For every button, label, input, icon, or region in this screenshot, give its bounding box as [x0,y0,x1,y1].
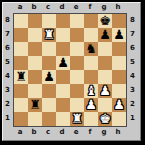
square-c6[interactable] [42,42,56,56]
square-h1[interactable] [112,112,126,126]
square-e2[interactable] [70,98,84,112]
rank-label-8: 8 [128,13,137,27]
file-label-f: f [83,128,97,137]
file-label-h: h [111,128,125,137]
square-e1[interactable]: ♜ [70,112,84,126]
black-rook-b2[interactable]: ♜ [28,98,42,112]
file-label-d: d [55,128,69,137]
square-h7[interactable]: ♟ [112,28,126,42]
square-f7[interactable] [84,28,98,42]
square-a6[interactable] [14,42,28,56]
square-e4[interactable] [70,70,84,84]
square-h3[interactable] [112,84,126,98]
square-b6[interactable] [28,42,42,56]
square-a1[interactable] [14,112,28,126]
black-rook-a4[interactable]: ♜ [14,70,28,84]
square-d3[interactable] [56,84,70,98]
black-knight-f6[interactable]: ♞ [84,42,98,56]
square-f3[interactable]: ♝ [84,84,98,98]
black-pawn-c4[interactable]: ♟ [42,70,56,84]
square-c7[interactable]: ♜ [42,28,56,42]
rank-labels-left: 87654321 [3,13,12,125]
rank-label-1: 1 [128,111,137,125]
rank-labels-right: 87654321 [128,13,137,125]
file-label-b: b [27,3,41,12]
square-c5[interactable] [42,56,56,70]
square-g6[interactable] [98,42,112,56]
square-b2[interactable]: ♜ [28,98,42,112]
square-h5[interactable] [112,56,126,70]
rank-label-3: 3 [128,83,137,97]
file-label-a: a [13,3,27,12]
black-pawn-h7[interactable]: ♟ [112,28,126,42]
rank-label-4: 4 [3,69,12,83]
square-a2[interactable] [14,98,28,112]
file-label-d: d [55,3,69,12]
square-c2[interactable] [42,98,56,112]
square-d2[interactable] [56,98,70,112]
white-pawn-f2[interactable]: ♟ [84,98,98,112]
square-g5[interactable] [98,56,112,70]
white-rook-e1[interactable]: ♜ [70,112,84,126]
square-a8[interactable] [14,14,28,28]
white-pawn-h2[interactable]: ♟ [112,98,126,112]
file-label-f: f [83,3,97,12]
square-d8[interactable] [56,14,70,28]
black-pawn-g7[interactable]: ♟ [98,28,112,42]
square-f6[interactable]: ♞ [84,42,98,56]
square-b8[interactable] [28,14,42,28]
square-f5[interactable] [84,56,98,70]
square-a7[interactable] [14,28,28,42]
white-rook-c7[interactable]: ♜ [42,28,56,42]
square-e3[interactable] [70,84,84,98]
square-c4[interactable]: ♟ [42,70,56,84]
square-b1[interactable] [28,112,42,126]
square-d7[interactable] [56,28,70,42]
rank-label-8: 8 [3,13,12,27]
square-a3[interactable] [14,84,28,98]
file-label-b: b [27,128,41,137]
file-label-e: e [69,128,83,137]
square-h6[interactable] [112,42,126,56]
square-d6[interactable] [56,42,70,56]
square-g2[interactable] [98,98,112,112]
rank-label-5: 5 [128,55,137,69]
rank-label-5: 5 [3,55,12,69]
rank-label-4: 4 [128,69,137,83]
square-g1[interactable]: ♚ [98,112,112,126]
black-pawn-d5[interactable]: ♟ [56,56,70,70]
square-c1[interactable] [42,112,56,126]
black-king-g8[interactable]: ♚ [98,14,112,28]
square-e6[interactable] [70,42,84,56]
square-b7[interactable] [28,28,42,42]
square-d1[interactable] [56,112,70,126]
chess-board: ♚♜♟♟♞♟♜♟♝♟♜♟♟♜♚ [13,13,127,127]
square-b4[interactable] [28,70,42,84]
file-label-c: c [41,128,55,137]
rank-label-7: 7 [128,27,137,41]
square-a5[interactable] [14,56,28,70]
rank-label-2: 2 [128,97,137,111]
white-king-g1[interactable]: ♚ [98,112,112,126]
file-label-h: h [111,3,125,12]
square-g8[interactable]: ♚ [98,14,112,28]
square-c8[interactable] [42,14,56,28]
square-h2[interactable]: ♟ [112,98,126,112]
white-bishop-f3[interactable]: ♝ [84,84,98,98]
square-f8[interactable] [84,14,98,28]
file-label-e: e [69,3,83,12]
square-e8[interactable] [70,14,84,28]
square-f2[interactable]: ♟ [84,98,98,112]
rank-label-6: 6 [128,41,137,55]
square-e7[interactable] [70,28,84,42]
file-labels-top: abcdefgh [13,3,125,12]
rank-label-7: 7 [3,27,12,41]
square-f1[interactable] [84,112,98,126]
square-h8[interactable] [112,14,126,28]
square-d5[interactable]: ♟ [56,56,70,70]
square-g3[interactable]: ♟ [98,84,112,98]
file-label-g: g [97,128,111,137]
rank-label-1: 1 [3,111,12,125]
file-labels-bottom: abcdefgh [13,128,125,137]
square-b5[interactable] [28,56,42,70]
file-label-c: c [41,3,55,12]
white-pawn-g3[interactable]: ♟ [98,84,112,98]
rank-label-2: 2 [3,97,12,111]
square-e5[interactable] [70,56,84,70]
square-d4[interactable] [56,70,70,84]
rank-label-6: 6 [3,41,12,55]
square-a4[interactable]: ♜ [14,70,28,84]
rank-label-3: 3 [3,83,12,97]
square-c3[interactable] [42,84,56,98]
file-label-g: g [97,3,111,12]
square-b3[interactable] [28,84,42,98]
square-g7[interactable]: ♟ [98,28,112,42]
square-f4[interactable] [84,70,98,84]
square-h4[interactable] [112,70,126,84]
chess-diagram: abcdefgh abcdefgh 87654321 87654321 ♚♜♟♟… [0,0,145,145]
square-g4[interactable] [98,70,112,84]
file-label-a: a [13,128,27,137]
